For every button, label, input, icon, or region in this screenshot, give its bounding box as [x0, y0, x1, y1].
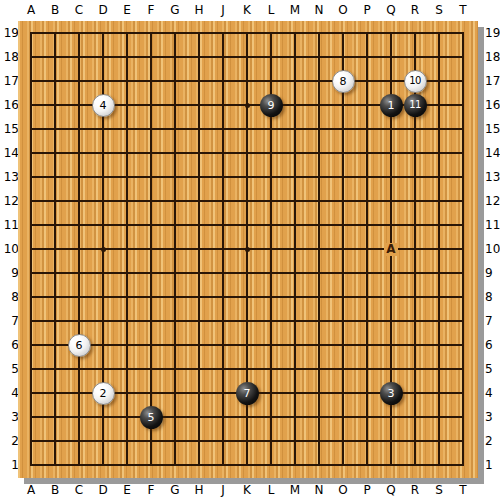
intersection-h12[interactable]: [187, 189, 211, 213]
intersection-f19[interactable]: [139, 21, 163, 45]
intersection-f7[interactable]: [139, 309, 163, 333]
intersection-e2[interactable]: [115, 429, 139, 453]
intersection-g3[interactable]: [163, 405, 187, 429]
intersection-q11[interactable]: [379, 213, 403, 237]
intersection-r5[interactable]: [403, 357, 427, 381]
intersection-a14[interactable]: [19, 141, 43, 165]
intersection-p14[interactable]: [355, 141, 379, 165]
intersection-f11[interactable]: [139, 213, 163, 237]
intersection-e18[interactable]: [115, 45, 139, 69]
intersection-e3[interactable]: [115, 405, 139, 429]
intersection-j19[interactable]: [211, 21, 235, 45]
intersection-d14[interactable]: [91, 141, 115, 165]
intersection-o5[interactable]: [331, 357, 355, 381]
intersection-o14[interactable]: [331, 141, 355, 165]
intersection-q5[interactable]: [379, 357, 403, 381]
intersection-l4[interactable]: [259, 381, 283, 405]
intersection-p5[interactable]: [355, 357, 379, 381]
intersection-k11[interactable]: [235, 213, 259, 237]
intersection-f14[interactable]: [139, 141, 163, 165]
intersection-c7[interactable]: [67, 309, 91, 333]
intersection-j16[interactable]: [211, 93, 235, 117]
intersection-t18[interactable]: [451, 45, 475, 69]
intersection-d19[interactable]: [91, 21, 115, 45]
intersection-t5[interactable]: [451, 357, 475, 381]
intersection-l8[interactable]: [259, 285, 283, 309]
intersection-n13[interactable]: [307, 165, 331, 189]
intersection-e1[interactable]: [115, 453, 139, 477]
intersection-h2[interactable]: [187, 429, 211, 453]
intersection-f17[interactable]: [139, 69, 163, 93]
intersection-a1[interactable]: [19, 453, 43, 477]
intersection-b5[interactable]: [43, 357, 67, 381]
intersection-j15[interactable]: [211, 117, 235, 141]
intersection-d8[interactable]: [91, 285, 115, 309]
intersection-g15[interactable]: [163, 117, 187, 141]
intersection-l1[interactable]: [259, 453, 283, 477]
intersection-h7[interactable]: [187, 309, 211, 333]
intersection-k2[interactable]: [235, 429, 259, 453]
intersection-n4[interactable]: [307, 381, 331, 405]
intersection-l13[interactable]: [259, 165, 283, 189]
intersection-q17[interactable]: [379, 69, 403, 93]
intersection-l14[interactable]: [259, 141, 283, 165]
intersection-t2[interactable]: [451, 429, 475, 453]
intersection-c11[interactable]: [67, 213, 91, 237]
intersection-r6[interactable]: [403, 333, 427, 357]
intersection-o16[interactable]: [331, 93, 355, 117]
intersection-r16[interactable]: 11: [403, 93, 427, 117]
intersection-a7[interactable]: [19, 309, 43, 333]
intersection-h18[interactable]: [187, 45, 211, 69]
intersection-p12[interactable]: [355, 189, 379, 213]
intersection-n12[interactable]: [307, 189, 331, 213]
intersection-p8[interactable]: [355, 285, 379, 309]
intersection-c9[interactable]: [67, 261, 91, 285]
intersection-l3[interactable]: [259, 405, 283, 429]
intersection-l19[interactable]: [259, 21, 283, 45]
intersection-k13[interactable]: [235, 165, 259, 189]
intersection-e9[interactable]: [115, 261, 139, 285]
intersection-n5[interactable]: [307, 357, 331, 381]
intersection-q8[interactable]: [379, 285, 403, 309]
intersection-h11[interactable]: [187, 213, 211, 237]
intersection-k8[interactable]: [235, 285, 259, 309]
intersection-o11[interactable]: [331, 213, 355, 237]
intersection-c15[interactable]: [67, 117, 91, 141]
intersection-s3[interactable]: [427, 405, 451, 429]
intersection-t17[interactable]: [451, 69, 475, 93]
intersection-n17[interactable]: [307, 69, 331, 93]
intersection-n10[interactable]: [307, 237, 331, 261]
intersection-k12[interactable]: [235, 189, 259, 213]
intersection-a18[interactable]: [19, 45, 43, 69]
intersection-n14[interactable]: [307, 141, 331, 165]
intersection-j3[interactable]: [211, 405, 235, 429]
intersection-c6[interactable]: 6: [67, 333, 91, 357]
intersection-l11[interactable]: [259, 213, 283, 237]
intersection-f6[interactable]: [139, 333, 163, 357]
intersection-m10[interactable]: [283, 237, 307, 261]
intersection-q15[interactable]: [379, 117, 403, 141]
intersection-m8[interactable]: [283, 285, 307, 309]
intersection-h5[interactable]: [187, 357, 211, 381]
intersection-q6[interactable]: [379, 333, 403, 357]
intersection-t15[interactable]: [451, 117, 475, 141]
intersection-g18[interactable]: [163, 45, 187, 69]
intersection-s4[interactable]: [427, 381, 451, 405]
intersection-k15[interactable]: [235, 117, 259, 141]
intersection-a4[interactable]: [19, 381, 43, 405]
intersection-d18[interactable]: [91, 45, 115, 69]
intersection-l17[interactable]: [259, 69, 283, 93]
intersection-o15[interactable]: [331, 117, 355, 141]
intersection-d6[interactable]: [91, 333, 115, 357]
intersection-d12[interactable]: [91, 189, 115, 213]
intersection-t6[interactable]: [451, 333, 475, 357]
intersection-h9[interactable]: [187, 261, 211, 285]
intersection-d16[interactable]: 4: [91, 93, 115, 117]
intersection-g11[interactable]: [163, 213, 187, 237]
intersection-p16[interactable]: [355, 93, 379, 117]
intersection-r11[interactable]: [403, 213, 427, 237]
intersection-f9[interactable]: [139, 261, 163, 285]
intersection-m13[interactable]: [283, 165, 307, 189]
intersection-g1[interactable]: [163, 453, 187, 477]
intersection-p19[interactable]: [355, 21, 379, 45]
intersection-s9[interactable]: [427, 261, 451, 285]
intersection-b2[interactable]: [43, 429, 67, 453]
intersection-m3[interactable]: [283, 405, 307, 429]
intersection-k7[interactable]: [235, 309, 259, 333]
intersection-f2[interactable]: [139, 429, 163, 453]
intersection-q19[interactable]: [379, 21, 403, 45]
intersection-c16[interactable]: [67, 93, 91, 117]
intersection-m17[interactable]: [283, 69, 307, 93]
intersection-n1[interactable]: [307, 453, 331, 477]
intersection-c8[interactable]: [67, 285, 91, 309]
intersection-a8[interactable]: [19, 285, 43, 309]
intersection-o7[interactable]: [331, 309, 355, 333]
intersection-j2[interactable]: [211, 429, 235, 453]
intersection-k14[interactable]: [235, 141, 259, 165]
intersection-c2[interactable]: [67, 429, 91, 453]
intersection-m4[interactable]: [283, 381, 307, 405]
intersection-p15[interactable]: [355, 117, 379, 141]
intersection-g14[interactable]: [163, 141, 187, 165]
intersection-k17[interactable]: [235, 69, 259, 93]
intersection-p10[interactable]: [355, 237, 379, 261]
intersection-r17[interactable]: 10: [403, 69, 427, 93]
intersection-o8[interactable]: [331, 285, 355, 309]
intersection-r18[interactable]: [403, 45, 427, 69]
intersection-m19[interactable]: [283, 21, 307, 45]
intersection-e13[interactable]: [115, 165, 139, 189]
intersection-n9[interactable]: [307, 261, 331, 285]
intersection-q10[interactable]: A: [379, 237, 403, 261]
intersection-m6[interactable]: [283, 333, 307, 357]
intersection-o13[interactable]: [331, 165, 355, 189]
intersection-e15[interactable]: [115, 117, 139, 141]
intersection-e11[interactable]: [115, 213, 139, 237]
intersection-s7[interactable]: [427, 309, 451, 333]
intersection-k9[interactable]: [235, 261, 259, 285]
intersection-r12[interactable]: [403, 189, 427, 213]
intersection-e16[interactable]: [115, 93, 139, 117]
intersection-b6[interactable]: [43, 333, 67, 357]
intersection-c4[interactable]: [67, 381, 91, 405]
intersection-b1[interactable]: [43, 453, 67, 477]
intersection-t10[interactable]: [451, 237, 475, 261]
intersection-m11[interactable]: [283, 213, 307, 237]
intersection-d11[interactable]: [91, 213, 115, 237]
intersection-e12[interactable]: [115, 189, 139, 213]
intersection-j13[interactable]: [211, 165, 235, 189]
intersection-p2[interactable]: [355, 429, 379, 453]
intersection-o4[interactable]: [331, 381, 355, 405]
intersection-h15[interactable]: [187, 117, 211, 141]
intersection-d1[interactable]: [91, 453, 115, 477]
intersection-h1[interactable]: [187, 453, 211, 477]
intersection-t1[interactable]: [451, 453, 475, 477]
intersection-m12[interactable]: [283, 189, 307, 213]
intersection-o17[interactable]: 8: [331, 69, 355, 93]
intersection-g5[interactable]: [163, 357, 187, 381]
intersection-p3[interactable]: [355, 405, 379, 429]
intersection-a10[interactable]: [19, 237, 43, 261]
intersection-m18[interactable]: [283, 45, 307, 69]
intersection-k16[interactable]: [235, 93, 259, 117]
intersection-e19[interactable]: [115, 21, 139, 45]
intersection-s12[interactable]: [427, 189, 451, 213]
intersection-n2[interactable]: [307, 429, 331, 453]
intersection-p9[interactable]: [355, 261, 379, 285]
intersection-r9[interactable]: [403, 261, 427, 285]
intersection-g12[interactable]: [163, 189, 187, 213]
intersection-r15[interactable]: [403, 117, 427, 141]
intersection-c14[interactable]: [67, 141, 91, 165]
intersection-q16[interactable]: 1: [379, 93, 403, 117]
intersection-d4[interactable]: 2: [91, 381, 115, 405]
intersection-c17[interactable]: [67, 69, 91, 93]
intersection-m9[interactable]: [283, 261, 307, 285]
intersection-m16[interactable]: [283, 93, 307, 117]
intersection-f15[interactable]: [139, 117, 163, 141]
intersection-l15[interactable]: [259, 117, 283, 141]
intersection-b17[interactable]: [43, 69, 67, 93]
intersection-d2[interactable]: [91, 429, 115, 453]
intersection-h16[interactable]: [187, 93, 211, 117]
intersection-e5[interactable]: [115, 357, 139, 381]
intersection-d10[interactable]: [91, 237, 115, 261]
intersection-j12[interactable]: [211, 189, 235, 213]
intersection-j8[interactable]: [211, 285, 235, 309]
intersection-t7[interactable]: [451, 309, 475, 333]
intersection-a13[interactable]: [19, 165, 43, 189]
intersection-q2[interactable]: [379, 429, 403, 453]
intersection-s17[interactable]: [427, 69, 451, 93]
intersection-p17[interactable]: [355, 69, 379, 93]
intersection-q12[interactable]: [379, 189, 403, 213]
intersection-j6[interactable]: [211, 333, 235, 357]
intersection-f18[interactable]: [139, 45, 163, 69]
intersection-g6[interactable]: [163, 333, 187, 357]
intersection-k18[interactable]: [235, 45, 259, 69]
intersection-n18[interactable]: [307, 45, 331, 69]
intersection-s10[interactable]: [427, 237, 451, 261]
intersection-b10[interactable]: [43, 237, 67, 261]
intersection-c3[interactable]: [67, 405, 91, 429]
intersection-k6[interactable]: [235, 333, 259, 357]
intersection-a15[interactable]: [19, 117, 43, 141]
intersection-k19[interactable]: [235, 21, 259, 45]
intersection-h6[interactable]: [187, 333, 211, 357]
intersection-d5[interactable]: [91, 357, 115, 381]
intersection-h3[interactable]: [187, 405, 211, 429]
intersection-b12[interactable]: [43, 189, 67, 213]
intersection-p11[interactable]: [355, 213, 379, 237]
intersection-c18[interactable]: [67, 45, 91, 69]
intersection-r2[interactable]: [403, 429, 427, 453]
intersection-b14[interactable]: [43, 141, 67, 165]
intersection-b8[interactable]: [43, 285, 67, 309]
intersection-m1[interactable]: [283, 453, 307, 477]
intersection-j7[interactable]: [211, 309, 235, 333]
intersection-a19[interactable]: [19, 21, 43, 45]
intersection-g8[interactable]: [163, 285, 187, 309]
intersection-l10[interactable]: [259, 237, 283, 261]
intersection-q9[interactable]: [379, 261, 403, 285]
intersection-q18[interactable]: [379, 45, 403, 69]
intersection-b13[interactable]: [43, 165, 67, 189]
intersection-j10[interactable]: [211, 237, 235, 261]
intersection-o2[interactable]: [331, 429, 355, 453]
intersection-e4[interactable]: [115, 381, 139, 405]
intersection-t8[interactable]: [451, 285, 475, 309]
intersection-a12[interactable]: [19, 189, 43, 213]
intersection-a5[interactable]: [19, 357, 43, 381]
intersection-f8[interactable]: [139, 285, 163, 309]
intersection-o12[interactable]: [331, 189, 355, 213]
intersection-b7[interactable]: [43, 309, 67, 333]
intersection-f10[interactable]: [139, 237, 163, 261]
intersection-t14[interactable]: [451, 141, 475, 165]
intersection-n19[interactable]: [307, 21, 331, 45]
intersection-m7[interactable]: [283, 309, 307, 333]
intersection-c12[interactable]: [67, 189, 91, 213]
intersection-a11[interactable]: [19, 213, 43, 237]
intersection-b19[interactable]: [43, 21, 67, 45]
intersection-e6[interactable]: [115, 333, 139, 357]
intersection-p4[interactable]: [355, 381, 379, 405]
intersection-s1[interactable]: [427, 453, 451, 477]
intersection-o19[interactable]: [331, 21, 355, 45]
intersection-l6[interactable]: [259, 333, 283, 357]
intersection-f1[interactable]: [139, 453, 163, 477]
intersection-f12[interactable]: [139, 189, 163, 213]
intersection-n7[interactable]: [307, 309, 331, 333]
intersection-m14[interactable]: [283, 141, 307, 165]
intersection-c10[interactable]: [67, 237, 91, 261]
intersection-l12[interactable]: [259, 189, 283, 213]
intersection-e7[interactable]: [115, 309, 139, 333]
intersection-m5[interactable]: [283, 357, 307, 381]
intersection-r4[interactable]: [403, 381, 427, 405]
intersection-g2[interactable]: [163, 429, 187, 453]
intersection-d3[interactable]: [91, 405, 115, 429]
intersection-n11[interactable]: [307, 213, 331, 237]
intersection-t9[interactable]: [451, 261, 475, 285]
intersection-c1[interactable]: [67, 453, 91, 477]
intersection-t16[interactable]: [451, 93, 475, 117]
intersection-l7[interactable]: [259, 309, 283, 333]
intersection-r7[interactable]: [403, 309, 427, 333]
intersection-s8[interactable]: [427, 285, 451, 309]
intersection-s14[interactable]: [427, 141, 451, 165]
intersection-t13[interactable]: [451, 165, 475, 189]
intersection-l9[interactable]: [259, 261, 283, 285]
intersection-l5[interactable]: [259, 357, 283, 381]
intersection-q7[interactable]: [379, 309, 403, 333]
intersection-a17[interactable]: [19, 69, 43, 93]
intersection-b15[interactable]: [43, 117, 67, 141]
intersection-s15[interactable]: [427, 117, 451, 141]
intersection-g13[interactable]: [163, 165, 187, 189]
intersection-d15[interactable]: [91, 117, 115, 141]
intersection-c19[interactable]: [67, 21, 91, 45]
intersection-n16[interactable]: [307, 93, 331, 117]
intersection-e8[interactable]: [115, 285, 139, 309]
intersection-a2[interactable]: [19, 429, 43, 453]
intersection-j5[interactable]: [211, 357, 235, 381]
intersection-b16[interactable]: [43, 93, 67, 117]
intersection-s13[interactable]: [427, 165, 451, 189]
intersection-h13[interactable]: [187, 165, 211, 189]
intersection-h4[interactable]: [187, 381, 211, 405]
intersection-p1[interactable]: [355, 453, 379, 477]
intersection-l2[interactable]: [259, 429, 283, 453]
intersection-s18[interactable]: [427, 45, 451, 69]
intersection-p6[interactable]: [355, 333, 379, 357]
intersection-r10[interactable]: [403, 237, 427, 261]
intersection-q1[interactable]: [379, 453, 403, 477]
intersection-o3[interactable]: [331, 405, 355, 429]
intersection-o9[interactable]: [331, 261, 355, 285]
intersection-g19[interactable]: [163, 21, 187, 45]
intersection-j4[interactable]: [211, 381, 235, 405]
intersection-n3[interactable]: [307, 405, 331, 429]
intersection-j1[interactable]: [211, 453, 235, 477]
intersection-p7[interactable]: [355, 309, 379, 333]
intersection-q13[interactable]: [379, 165, 403, 189]
intersection-n8[interactable]: [307, 285, 331, 309]
intersection-g16[interactable]: [163, 93, 187, 117]
intersection-e10[interactable]: [115, 237, 139, 261]
intersection-o10[interactable]: [331, 237, 355, 261]
intersection-r8[interactable]: [403, 285, 427, 309]
intersection-d7[interactable]: [91, 309, 115, 333]
intersection-h10[interactable]: [187, 237, 211, 261]
intersection-q4[interactable]: 3: [379, 381, 403, 405]
intersection-s6[interactable]: [427, 333, 451, 357]
intersection-q14[interactable]: [379, 141, 403, 165]
intersection-s2[interactable]: [427, 429, 451, 453]
intersection-l18[interactable]: [259, 45, 283, 69]
intersection-h17[interactable]: [187, 69, 211, 93]
intersection-l16[interactable]: 9: [259, 93, 283, 117]
intersection-q3[interactable]: [379, 405, 403, 429]
intersection-n6[interactable]: [307, 333, 331, 357]
